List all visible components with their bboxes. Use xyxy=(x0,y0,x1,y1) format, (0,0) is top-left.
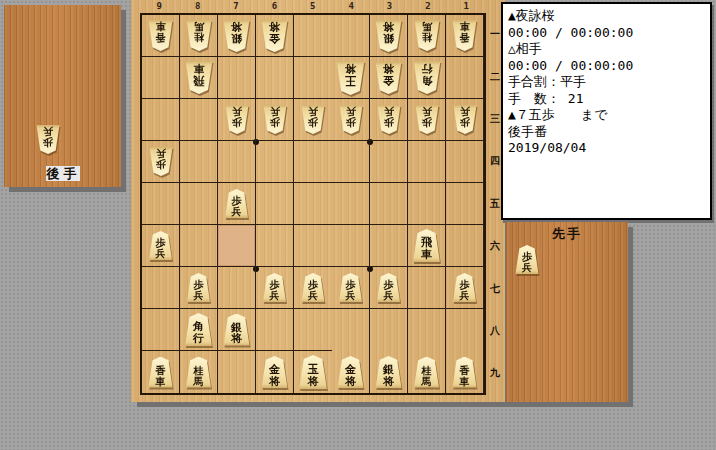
shogi-piece-sente[interactable]: 香車 xyxy=(452,357,477,388)
file-label: 4 xyxy=(332,0,370,13)
board-cell-6五[interactable] xyxy=(256,183,294,225)
board-cell-2七[interactable] xyxy=(408,267,446,309)
shogi-piece-gote[interactable]: 歩兵 xyxy=(301,105,325,134)
shogi-piece-sente[interactable]: 歩兵 xyxy=(263,273,287,302)
piece-face: 香車 xyxy=(148,20,173,51)
board-cell-7二[interactable] xyxy=(218,57,256,99)
piece-face: 歩兵 xyxy=(263,273,287,302)
piece-face: 王将 xyxy=(336,61,365,95)
board-cell-8四[interactable] xyxy=(180,141,218,183)
shogi-piece-gote[interactable]: 銀将 xyxy=(223,20,250,52)
shogi-piece-sente[interactable]: 角行 xyxy=(185,313,213,346)
board-cell-1四[interactable] xyxy=(446,141,484,183)
board-cell-2一[interactable]: 桂馬 xyxy=(408,15,446,57)
shogi-piece-sente[interactable]: 金将 xyxy=(337,356,364,388)
piece-face: 角行 xyxy=(185,313,213,346)
board-cell-4七[interactable]: 歩兵 xyxy=(332,267,370,309)
rank-label: 八 xyxy=(486,310,504,352)
piece-face: 桂馬 xyxy=(186,20,212,51)
shogi-piece-sente[interactable]: 歩兵 xyxy=(301,273,325,302)
board-cell-9一[interactable]: 香車 xyxy=(142,15,180,57)
board-cell-3六[interactable] xyxy=(370,225,408,267)
shogi-piece-gote[interactable]: 桂馬 xyxy=(414,20,440,51)
board-cell-2八[interactable] xyxy=(408,309,446,351)
board-cell-3五[interactable] xyxy=(370,183,408,225)
piece-face: 香車 xyxy=(148,357,173,388)
shogi-piece-gote[interactable]: 香車 xyxy=(452,20,477,51)
shogi-piece-gote[interactable]: 歩兵 xyxy=(149,147,173,176)
gote-captured-pieces: 歩兵 xyxy=(36,125,60,154)
piece-face: 歩兵 xyxy=(301,273,325,302)
board-cell-7九[interactable] xyxy=(218,351,256,393)
gote-captured-tray: 歩兵 後手 xyxy=(4,5,121,187)
shogi-piece-gote[interactable]: 歩兵 xyxy=(339,105,363,134)
board-cell-9七[interactable] xyxy=(142,267,180,309)
board-cell-2五[interactable] xyxy=(408,183,446,225)
board-cell-3七[interactable]: 歩兵 xyxy=(370,267,408,309)
board-cell-5九[interactable]: 玉将 xyxy=(294,351,332,393)
board-cell-2二[interactable]: 角行 xyxy=(408,57,446,99)
board-cell-1五[interactable] xyxy=(446,183,484,225)
board-cell-4六[interactable] xyxy=(332,225,370,267)
board-cell-5七[interactable]: 歩兵 xyxy=(294,267,332,309)
info-line: 2019/08/04 xyxy=(508,140,705,157)
board-cell-1九[interactable]: 香車 xyxy=(446,351,484,393)
board-cell-6二[interactable] xyxy=(256,57,294,99)
board-cell-3八[interactable] xyxy=(370,309,408,351)
board-cell-9八[interactable] xyxy=(142,309,180,351)
board-cell-9四[interactable]: 歩兵 xyxy=(142,141,180,183)
board-cell-6六[interactable] xyxy=(256,225,294,267)
board-cell-6七[interactable]: 歩兵 xyxy=(256,267,294,309)
board-cell-9五[interactable] xyxy=(142,183,180,225)
board-cell-2四[interactable] xyxy=(408,141,446,183)
board-cell-1二[interactable] xyxy=(446,57,484,99)
board-cell-2六[interactable]: 飛車 xyxy=(408,225,446,267)
piece-face: 歩兵 xyxy=(149,147,173,176)
shogi-piece-sente[interactable]: 飛車 xyxy=(413,229,441,262)
board-cell-2三[interactable]: 歩兵 xyxy=(408,99,446,141)
board-cell-9九[interactable]: 香車 xyxy=(142,351,180,393)
board-grid: 香車桂馬銀将金将銀将桂馬香車飛車王将金将角行歩兵歩兵歩兵歩兵歩兵歩兵歩兵歩兵歩兵… xyxy=(140,13,486,395)
board-cell-7八[interactable]: 銀将 xyxy=(218,309,256,351)
piece-face: 金将 xyxy=(261,356,288,388)
board-cell-6一[interactable]: 金将 xyxy=(256,15,294,57)
piece-face: 玉将 xyxy=(299,355,328,389)
info-line: △相手 xyxy=(508,41,705,58)
piece-face: 銀将 xyxy=(223,20,250,52)
piece-face: 香車 xyxy=(452,357,477,388)
shogi-piece-sente[interactable]: 銀将 xyxy=(375,356,402,388)
piece-face: 桂馬 xyxy=(414,20,440,51)
board-cell-7一[interactable]: 銀将 xyxy=(218,15,256,57)
shogi-piece-gote[interactable]: 金将 xyxy=(375,62,402,94)
file-label: 2 xyxy=(409,0,447,13)
board-cell-4三[interactable]: 歩兵 xyxy=(332,99,370,141)
file-label: 3 xyxy=(370,0,408,13)
board-cell-1七[interactable]: 歩兵 xyxy=(446,267,484,309)
shogi-piece-gote[interactable]: 歩兵 xyxy=(415,105,439,134)
sente-captured-pieces: 歩兵 xyxy=(515,245,539,274)
piece-face: 金将 xyxy=(337,356,364,388)
piece-face: 銀将 xyxy=(375,356,402,388)
piece-face: 歩兵 xyxy=(36,125,60,154)
piece-face: 香車 xyxy=(452,20,477,51)
shogi-piece-gote[interactable]: 金将 xyxy=(261,20,288,52)
shogi-piece-sente[interactable]: 金将 xyxy=(261,356,288,388)
file-labels: 987654321 xyxy=(140,0,486,13)
board-cell-5四[interactable] xyxy=(294,141,332,183)
piece-face: 歩兵 xyxy=(415,105,439,134)
board-cell-7五[interactable]: 歩兵 xyxy=(218,183,256,225)
shogi-piece-gote[interactable]: 歩兵 xyxy=(36,125,60,154)
shogi-piece-sente[interactable]: 歩兵 xyxy=(377,273,401,302)
board-cell-8二[interactable]: 飛車 xyxy=(180,57,218,99)
board-cell-1六[interactable] xyxy=(446,225,484,267)
board-cell-3三[interactable]: 歩兵 xyxy=(370,99,408,141)
info-line: 手合割：平手 xyxy=(508,74,705,91)
file-label: 5 xyxy=(294,0,332,13)
piece-face: 歩兵 xyxy=(339,273,363,302)
board-cell-3一[interactable]: 銀将 xyxy=(370,15,408,57)
board-cell-1八[interactable] xyxy=(446,309,484,351)
board-cell-6三[interactable]: 歩兵 xyxy=(256,99,294,141)
board-cell-7六[interactable] xyxy=(218,225,256,267)
shogi-piece-sente[interactable]: 歩兵 xyxy=(187,273,211,302)
piece-face: 金将 xyxy=(375,62,402,94)
board-cell-9三[interactable] xyxy=(142,99,180,141)
shogi-piece-sente[interactable]: 桂馬 xyxy=(186,357,212,388)
board-cell-2九[interactable]: 桂馬 xyxy=(408,351,446,393)
board-cell-9六[interactable]: 歩兵 xyxy=(142,225,180,267)
board-cell-8九[interactable]: 桂馬 xyxy=(180,351,218,393)
shogi-piece-gote[interactable]: 桂馬 xyxy=(186,20,212,51)
board-cell-4二[interactable]: 王将 xyxy=(332,57,370,99)
board-cell-8三[interactable] xyxy=(180,99,218,141)
piece-face: 歩兵 xyxy=(187,273,211,302)
piece-face: 歩兵 xyxy=(453,273,477,302)
piece-face: 金将 xyxy=(261,20,288,52)
board-cell-3九[interactable]: 銀将 xyxy=(370,351,408,393)
piece-face: 歩兵 xyxy=(453,105,477,134)
shogi-piece-gote[interactable]: 歩兵 xyxy=(225,105,249,134)
info-line: ▲７五歩 まで xyxy=(508,107,705,124)
piece-face: 歩兵 xyxy=(377,105,401,134)
board-cell-9二[interactable] xyxy=(142,57,180,99)
shogi-piece-gote[interactable]: 歩兵 xyxy=(377,105,401,134)
shogi-piece-sente[interactable]: 歩兵 xyxy=(339,273,363,302)
shogi-piece-gote[interactable]: 香車 xyxy=(148,20,173,51)
gote-tray-label: 後手 xyxy=(4,165,121,183)
shogi-piece-sente[interactable]: 歩兵 xyxy=(225,189,249,218)
file-label: 7 xyxy=(217,0,255,13)
piece-face: 歩兵 xyxy=(149,231,173,260)
board-cell-7三[interactable]: 歩兵 xyxy=(218,99,256,141)
board-cell-5五[interactable] xyxy=(294,183,332,225)
rank-label: 七 xyxy=(486,267,504,309)
board-cell-3四[interactable] xyxy=(370,141,408,183)
shogi-piece-gote[interactable]: 飛車 xyxy=(185,61,213,94)
piece-face: 歩兵 xyxy=(377,273,401,302)
sente-captured-tray: 先手 歩兵 xyxy=(506,222,628,402)
board-cell-3二[interactable]: 金将 xyxy=(370,57,408,99)
shogi-piece-sente[interactable]: 香車 xyxy=(148,357,173,388)
piece-face: 飛車 xyxy=(185,61,213,94)
board-cell-4八[interactable] xyxy=(332,309,370,351)
board-cell-4一[interactable] xyxy=(332,15,370,57)
shogi-piece-sente[interactable]: 玉将 xyxy=(299,355,328,389)
info-line: ▲夜詠桜 xyxy=(508,8,705,25)
piece-face: 飛車 xyxy=(413,229,441,262)
board-cell-1一[interactable]: 香車 xyxy=(446,15,484,57)
board-cell-4四[interactable] xyxy=(332,141,370,183)
shogi-piece-sente[interactable]: 銀将 xyxy=(223,314,250,346)
file-label: 9 xyxy=(140,0,178,13)
shogi-piece-gote[interactable]: 歩兵 xyxy=(453,105,477,134)
board-cell-5六[interactable] xyxy=(294,225,332,267)
shogi-piece-sente[interactable]: 歩兵 xyxy=(453,273,477,302)
board-cell-6八[interactable] xyxy=(256,309,294,351)
board-cell-8六[interactable] xyxy=(180,225,218,267)
piece-face: 歩兵 xyxy=(263,105,287,134)
info-line: 後手番 xyxy=(508,124,705,141)
shogi-piece-gote[interactable]: 王将 xyxy=(336,61,365,95)
board-cell-7七[interactable] xyxy=(218,267,256,309)
board-cell-5八[interactable] xyxy=(294,309,332,351)
board-cell-8七[interactable]: 歩兵 xyxy=(180,267,218,309)
piece-face: 桂馬 xyxy=(414,357,440,388)
file-label: 1 xyxy=(447,0,485,13)
shogi-board: 987654321 一二三四五六七八九 香車桂馬銀将金将銀将桂馬香車飛車王将金将… xyxy=(131,0,505,402)
board-cell-5三[interactable]: 歩兵 xyxy=(294,99,332,141)
piece-face: 歩兵 xyxy=(515,245,539,274)
shogi-piece-gote[interactable]: 角行 xyxy=(413,61,441,94)
piece-face: 歩兵 xyxy=(225,189,249,218)
board-cell-4五[interactable] xyxy=(332,183,370,225)
board-cell-6九[interactable]: 金将 xyxy=(256,351,294,393)
board-cell-7四[interactable] xyxy=(218,141,256,183)
game-info-panel: ▲夜詠桜00:00 / 00:00:00△相手00:00 / 00:00:00手… xyxy=(501,2,712,220)
board-cell-1三[interactable]: 歩兵 xyxy=(446,99,484,141)
info-line: 手 数： 21 xyxy=(508,91,705,108)
piece-face: 銀将 xyxy=(375,20,402,52)
piece-face: 桂馬 xyxy=(186,357,212,388)
board-cell-5一[interactable] xyxy=(294,15,332,57)
piece-face: 歩兵 xyxy=(339,105,363,134)
info-line: 00:00 / 00:00:00 xyxy=(508,25,705,42)
board-cell-6四[interactable] xyxy=(256,141,294,183)
piece-face: 歩兵 xyxy=(225,105,249,134)
rank-label: 九 xyxy=(486,352,504,394)
board-cell-5二[interactable] xyxy=(294,57,332,99)
file-label: 8 xyxy=(178,0,216,13)
board-cell-4九[interactable]: 金将 xyxy=(332,351,370,393)
sente-tray-label: 先手 xyxy=(506,225,628,243)
shogi-piece-sente[interactable]: 歩兵 xyxy=(149,231,173,260)
shogi-piece-gote[interactable]: 銀将 xyxy=(375,20,402,52)
shogi-piece-gote[interactable]: 歩兵 xyxy=(263,105,287,134)
piece-face: 歩兵 xyxy=(301,105,325,134)
file-label: 6 xyxy=(255,0,293,13)
board-cell-8八[interactable]: 角行 xyxy=(180,309,218,351)
piece-face: 銀将 xyxy=(223,314,250,346)
piece-face: 角行 xyxy=(413,61,441,94)
board-cell-8五[interactable] xyxy=(180,183,218,225)
rank-label: 六 xyxy=(486,225,504,267)
shogi-piece-sente[interactable]: 桂馬 xyxy=(414,357,440,388)
shogi-piece-sente[interactable]: 歩兵 xyxy=(515,245,539,274)
info-line: 00:00 / 00:00:00 xyxy=(508,58,705,75)
board-cell-8一[interactable]: 桂馬 xyxy=(180,15,218,57)
